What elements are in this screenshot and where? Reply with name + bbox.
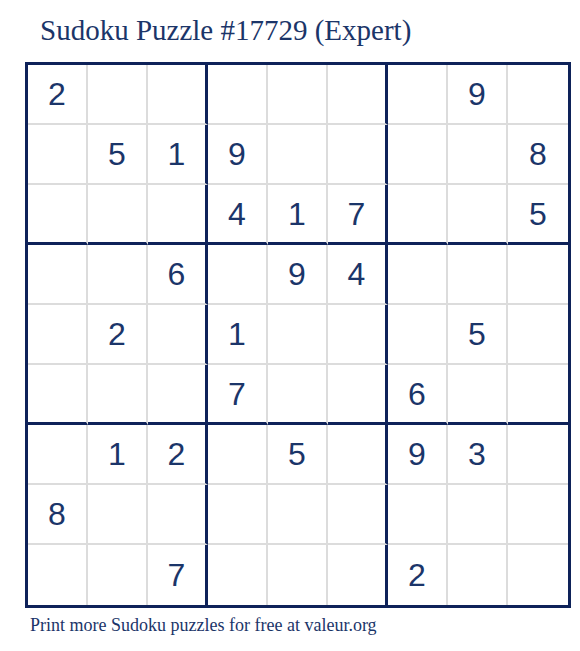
cell-r2c3: 1 — [148, 125, 208, 185]
cell-r3c2 — [88, 185, 148, 245]
cell-r5c5 — [268, 305, 328, 365]
cell-r6c3 — [148, 365, 208, 425]
cell-r1c8: 9 — [448, 65, 508, 125]
cell-r9c1 — [28, 545, 88, 605]
cell-r2c2: 5 — [88, 125, 148, 185]
cell-r7c5: 5 — [268, 425, 328, 485]
cell-r1c2 — [88, 65, 148, 125]
cell-r8c7 — [388, 485, 448, 545]
cell-r7c8: 3 — [448, 425, 508, 485]
cell-r7c6 — [328, 425, 388, 485]
cell-r4c7 — [388, 245, 448, 305]
cell-r2c6 — [328, 125, 388, 185]
cell-r3c6: 7 — [328, 185, 388, 245]
cell-r1c7 — [388, 65, 448, 125]
cell-r2c8 — [448, 125, 508, 185]
cell-r5c2: 2 — [88, 305, 148, 365]
cell-r3c1 — [28, 185, 88, 245]
cell-r4c4 — [208, 245, 268, 305]
footer-note: Print more Sudoku puzzles for free at va… — [30, 615, 377, 636]
cell-r5c6 — [328, 305, 388, 365]
cell-r1c1: 2 — [28, 65, 88, 125]
cell-r8c5 — [268, 485, 328, 545]
cell-r3c8 — [448, 185, 508, 245]
cell-r9c9 — [508, 545, 568, 605]
cell-r9c6 — [328, 545, 388, 605]
cell-r3c7 — [388, 185, 448, 245]
cell-r2c5 — [268, 125, 328, 185]
cell-r1c4 — [208, 65, 268, 125]
cell-r4c2 — [88, 245, 148, 305]
cell-r5c8: 5 — [448, 305, 508, 365]
cell-r8c1: 8 — [28, 485, 88, 545]
cell-r6c4: 7 — [208, 365, 268, 425]
cell-r9c4 — [208, 545, 268, 605]
cell-r6c2 — [88, 365, 148, 425]
cell-r6c1 — [28, 365, 88, 425]
cell-r5c4: 1 — [208, 305, 268, 365]
cell-r8c6 — [328, 485, 388, 545]
cell-r7c1 — [28, 425, 88, 485]
cell-r8c4 — [208, 485, 268, 545]
cell-r5c7 — [388, 305, 448, 365]
cell-r8c3 — [148, 485, 208, 545]
cell-r6c5 — [268, 365, 328, 425]
cell-r6c6 — [328, 365, 388, 425]
cell-r3c3 — [148, 185, 208, 245]
cell-r9c7: 2 — [388, 545, 448, 605]
cell-r4c1 — [28, 245, 88, 305]
cell-r4c8 — [448, 245, 508, 305]
cell-r3c5: 1 — [268, 185, 328, 245]
cell-r6c7: 6 — [388, 365, 448, 425]
sudoku-grid: 29519841756942157612593872 — [25, 62, 571, 608]
cell-r4c6: 4 — [328, 245, 388, 305]
cell-r2c7 — [388, 125, 448, 185]
cell-r4c9 — [508, 245, 568, 305]
page-title: Sudoku Puzzle #17729 (Expert) — [40, 14, 411, 47]
cell-r9c8 — [448, 545, 508, 605]
cell-r1c9 — [508, 65, 568, 125]
cell-r6c8 — [448, 365, 508, 425]
cell-r8c9 — [508, 485, 568, 545]
cell-r7c2: 1 — [88, 425, 148, 485]
cell-r7c4 — [208, 425, 268, 485]
cell-r1c3 — [148, 65, 208, 125]
cell-r9c5 — [268, 545, 328, 605]
cell-r4c3: 6 — [148, 245, 208, 305]
cell-r2c9: 8 — [508, 125, 568, 185]
cell-r8c8 — [448, 485, 508, 545]
cell-r3c9: 5 — [508, 185, 568, 245]
cell-r6c9 — [508, 365, 568, 425]
cell-r7c3: 2 — [148, 425, 208, 485]
cell-r1c6 — [328, 65, 388, 125]
cell-r5c3 — [148, 305, 208, 365]
cell-r1c5 — [268, 65, 328, 125]
cell-r9c2 — [88, 545, 148, 605]
cell-r8c2 — [88, 485, 148, 545]
cell-r3c4: 4 — [208, 185, 268, 245]
cell-r5c9 — [508, 305, 568, 365]
cell-r7c7: 9 — [388, 425, 448, 485]
cell-r9c3: 7 — [148, 545, 208, 605]
cell-r2c4: 9 — [208, 125, 268, 185]
cell-r2c1 — [28, 125, 88, 185]
cell-r7c9 — [508, 425, 568, 485]
cell-r5c1 — [28, 305, 88, 365]
cell-r4c5: 9 — [268, 245, 328, 305]
